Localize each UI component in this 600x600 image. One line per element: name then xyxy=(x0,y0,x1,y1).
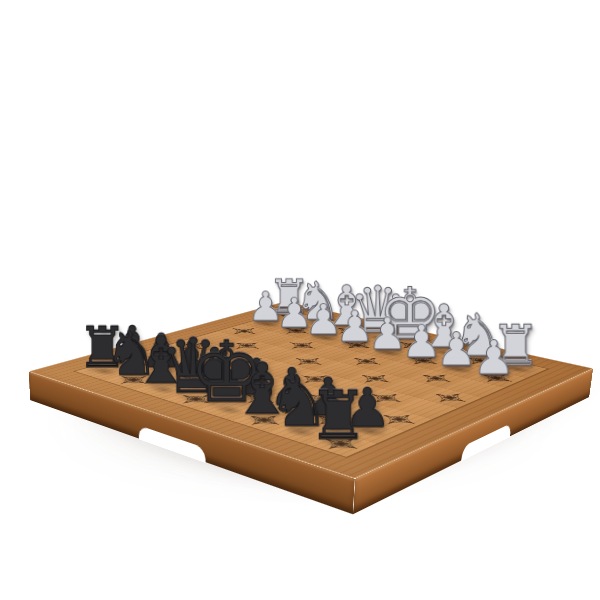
silver-pawn[interactable]: ♟ xyxy=(436,328,477,372)
scene: ♜♞ ♝♛ ♚♝ ♞♜♟ ♟♟ xyxy=(0,0,600,600)
foot-notch-right xyxy=(461,423,511,462)
foot-notch-left xyxy=(139,425,206,463)
board-top: ♜♞ ♝♛ ♚♝ ♞♜♟ ♟♟ xyxy=(29,302,594,479)
board-3d: ♜♞ ♝♛ ♚♝ ♞♜♟ ♟♟ xyxy=(29,302,594,479)
square-h8[interactable]: ♜ xyxy=(306,431,377,456)
dark-rook[interactable]: ♜ xyxy=(308,383,368,447)
silver-pawn[interactable]: ♟ xyxy=(473,336,515,381)
board-wrapper: ♜♞ ♝♛ ♚♝ ♞♜♟ ♟♟ xyxy=(112,170,512,570)
